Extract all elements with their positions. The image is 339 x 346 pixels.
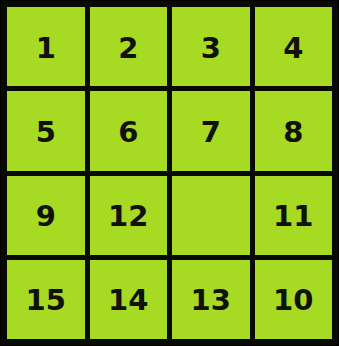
- tile-9[interactable]: 9: [7, 176, 85, 255]
- tile-11[interactable]: 11: [255, 176, 333, 255]
- tile-4[interactable]: 4: [255, 7, 333, 86]
- empty-cell: [172, 176, 250, 255]
- tile-10[interactable]: 10: [255, 260, 333, 339]
- tile-6[interactable]: 6: [90, 91, 168, 170]
- tile-8[interactable]: 8: [255, 91, 333, 170]
- tile-13[interactable]: 13: [172, 260, 250, 339]
- tile-5[interactable]: 5: [7, 91, 85, 170]
- tile-1[interactable]: 1: [7, 7, 85, 86]
- tile-15[interactable]: 15: [7, 260, 85, 339]
- tile-12[interactable]: 12: [90, 176, 168, 255]
- tile-14[interactable]: 14: [90, 260, 168, 339]
- tile-7[interactable]: 7: [172, 91, 250, 170]
- tile-3[interactable]: 3: [172, 7, 250, 86]
- fifteen-puzzle-board: 123456789121115141310: [0, 0, 339, 346]
- tile-2[interactable]: 2: [90, 7, 168, 86]
